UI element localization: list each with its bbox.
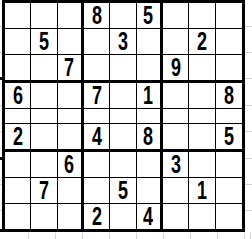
cell-r9c2[interactable] <box>31 204 57 229</box>
cell-r5c8[interactable] <box>189 109 215 124</box>
cell-r7c6[interactable] <box>137 152 163 178</box>
cell-r3c6[interactable] <box>137 55 163 83</box>
gridline-stub <box>136 233 137 239</box>
cell-r7c1[interactable] <box>5 152 31 178</box>
cell-r9c6[interactable]: 4 <box>137 204 163 229</box>
cell-r6c5[interactable] <box>110 124 136 152</box>
cell-r6c7[interactable] <box>163 124 189 152</box>
cell-r9c5[interactable] <box>110 204 136 229</box>
cell-r8c6[interactable] <box>137 178 163 204</box>
cell-r2c1[interactable] <box>5 29 31 55</box>
gridline-stub <box>190 233 191 239</box>
gridline-stub <box>0 157 2 160</box>
cell-r2c3[interactable] <box>58 29 84 55</box>
cell-r1c4[interactable]: 8 <box>84 3 110 29</box>
gridline-stub <box>245 78 252 79</box>
cell-r7c2[interactable] <box>31 152 57 178</box>
gridline-stub <box>245 131 252 132</box>
cell-r4c4[interactable]: 7 <box>84 83 110 109</box>
cell-r6c3[interactable] <box>58 124 84 152</box>
cell-r1c5[interactable] <box>110 3 136 29</box>
cell-r9c3[interactable] <box>58 204 84 229</box>
gridline-stub <box>0 26 2 27</box>
cell-r6c2[interactable] <box>31 124 57 152</box>
cell-r3c4[interactable] <box>84 55 110 83</box>
cell-r2c4[interactable] <box>84 29 110 55</box>
cell-r1c3[interactable] <box>58 3 84 29</box>
cell-r7c8[interactable] <box>189 152 215 178</box>
gridline-stub <box>217 233 218 239</box>
cell-r9c9[interactable] <box>216 204 242 229</box>
cell-r4c5[interactable] <box>110 83 136 109</box>
gridline-stub <box>0 229 2 232</box>
cell-r8c9[interactable] <box>216 178 242 204</box>
cell-r6c8[interactable] <box>189 124 215 152</box>
cell-digit: 5 <box>143 3 153 28</box>
cell-r8c4[interactable] <box>84 178 110 204</box>
cell-r5c3[interactable] <box>58 109 84 124</box>
cell-r1c2[interactable] <box>31 3 57 29</box>
cell-r9c7[interactable] <box>163 204 189 229</box>
cell-r2c9[interactable] <box>216 29 242 55</box>
cell-digit: 5 <box>224 124 234 149</box>
cell-digit: 5 <box>118 178 128 203</box>
cell-digit: 3 <box>171 152 181 177</box>
cell-digit: 1 <box>143 83 153 108</box>
cell-r8c1[interactable] <box>5 178 31 204</box>
cell-r3c5[interactable] <box>110 55 136 83</box>
cell-r6c9[interactable]: 5 <box>216 124 242 152</box>
cell-r1c9[interactable] <box>216 3 242 29</box>
cell-r3c3[interactable]: 7 <box>58 55 84 83</box>
gridline-stub <box>245 52 252 53</box>
cell-digit: 3 <box>118 29 128 54</box>
gridline-stub <box>245 158 252 159</box>
cell-r7c5[interactable] <box>110 152 136 178</box>
cell-r4c8[interactable] <box>189 83 215 109</box>
cell-digit: 8 <box>143 124 153 149</box>
cell-r8c2[interactable]: 7 <box>31 178 57 204</box>
cell-r7c7[interactable]: 3 <box>163 152 189 178</box>
cell-r2c7[interactable] <box>163 29 189 55</box>
cell-digit: 4 <box>92 124 102 149</box>
cell-r9c4[interactable]: 2 <box>84 204 110 229</box>
cell-r4c1[interactable]: 6 <box>5 83 31 109</box>
cell-digit: 1 <box>197 178 207 203</box>
cell-r8c7[interactable] <box>163 178 189 204</box>
gridline-stub <box>0 77 2 80</box>
cell-r7c3[interactable]: 6 <box>58 152 84 178</box>
gridline-stub <box>0 105 2 106</box>
cell-digit: 2 <box>197 29 207 54</box>
cell-digit: 5 <box>39 29 49 54</box>
gridline-stub <box>0 184 2 185</box>
gridline-stub <box>28 233 29 239</box>
gridline-stub <box>55 233 56 239</box>
cell-r7c9[interactable] <box>216 152 242 178</box>
cell-r8c3[interactable] <box>58 178 84 204</box>
gridline-stub <box>244 233 245 239</box>
sudoku-board: 8553279671824856375124 <box>2 0 245 232</box>
cell-r4c9[interactable]: 8 <box>216 83 242 109</box>
cell-r2c6[interactable] <box>137 29 163 55</box>
cell-digit: 8 <box>224 83 234 108</box>
cell-r2c8[interactable]: 2 <box>189 29 215 55</box>
cell-r1c6[interactable]: 5 <box>137 3 163 29</box>
cell-digit: 8 <box>92 3 102 28</box>
cell-digit: 7 <box>64 55 74 80</box>
gridline-stub <box>109 233 110 239</box>
cell-r5c5[interactable] <box>110 109 136 124</box>
cell-digit: 6 <box>64 152 74 177</box>
cell-r5c2[interactable] <box>31 109 57 124</box>
cell-digit: 7 <box>39 178 49 203</box>
cell-r4c7[interactable] <box>163 83 189 109</box>
cell-digit: 4 <box>143 204 153 229</box>
sudoku-page: 8553279671824856375124 <box>0 0 252 239</box>
cell-digit: 2 <box>13 124 23 149</box>
gridline-stub <box>250 233 251 239</box>
gridline-stub <box>245 184 252 185</box>
cell-r2c2[interactable]: 5 <box>31 29 57 55</box>
cell-digit: 9 <box>171 55 181 80</box>
cell-r1c7[interactable] <box>163 3 189 29</box>
cell-digit: 6 <box>13 83 23 108</box>
cell-r4c2[interactable] <box>31 83 57 109</box>
cell-r3c9[interactable] <box>216 55 242 83</box>
gridline-stub <box>0 131 2 132</box>
cell-r4c6[interactable]: 1 <box>137 83 163 109</box>
cell-r2c5[interactable]: 3 <box>110 29 136 55</box>
cell-r3c8[interactable] <box>189 55 215 83</box>
cell-r1c1[interactable] <box>5 3 31 29</box>
cell-r3c1[interactable] <box>5 55 31 83</box>
cell-r9c8[interactable] <box>189 204 215 229</box>
gridline-stub <box>163 233 164 239</box>
gridline-stub <box>245 105 252 106</box>
cell-r9c1[interactable] <box>5 204 31 229</box>
cell-r8c5[interactable]: 5 <box>110 178 136 204</box>
cell-r6c4[interactable]: 4 <box>84 124 110 152</box>
cell-r6c6[interactable]: 8 <box>137 124 163 152</box>
cell-r8c8[interactable]: 1 <box>189 178 215 204</box>
cell-r5c7[interactable] <box>163 109 189 124</box>
cell-r1c8[interactable] <box>189 3 215 29</box>
cell-r3c7[interactable]: 9 <box>163 55 189 83</box>
gridline-stub <box>0 52 2 53</box>
cell-digit: 2 <box>92 204 102 229</box>
gridline-stub <box>245 26 252 27</box>
gridline-stub <box>0 210 2 211</box>
cell-digit: 7 <box>92 83 102 108</box>
gridline-stub <box>82 233 83 239</box>
cell-r4c3[interactable] <box>58 83 84 109</box>
cell-r3c2[interactable] <box>31 55 57 83</box>
cell-r6c1[interactable]: 2 <box>5 124 31 152</box>
cell-r7c4[interactable] <box>84 152 110 178</box>
gridline-stub <box>245 210 252 211</box>
